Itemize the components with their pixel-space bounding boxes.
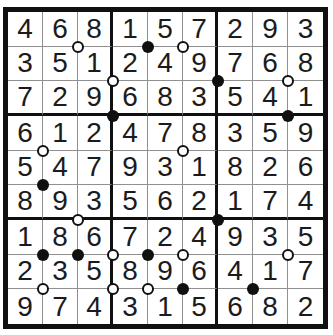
cell-r5c4[interactable]: 9 [113,151,148,186]
cell-r4c9[interactable]: 9 [288,116,323,151]
cell-r2c7[interactable]: 7 [218,47,253,82]
cell-r5c7[interactable]: 8 [218,151,253,186]
black-dot [177,283,189,295]
cell-r3c7[interactable]: 5 [218,81,253,116]
white-dot [37,283,49,295]
black-dot [212,75,224,87]
cell-r5c5[interactable]: 3 [148,151,183,186]
cell-r6c8[interactable]: 7 [253,185,288,220]
white-dot [72,41,84,53]
black-dot [37,249,49,261]
black-dot [37,179,49,191]
cell-r7c9[interactable]: 5 [288,220,323,255]
cell-r1c7[interactable]: 2 [218,12,253,47]
cell-r2c2[interactable]: 5 [43,47,78,82]
cell-r8c9[interactable]: 7 [288,255,323,290]
cell-r9c6[interactable]: 5 [183,289,218,324]
white-dot [107,283,119,295]
cell-r5c2[interactable]: 4 [43,151,78,186]
cell-r5c6[interactable]: 1 [183,151,218,186]
cell-r2c9[interactable]: 8 [288,47,323,82]
sudoku-grid: 4681572933512497687296835416124783595479… [8,12,323,324]
cell-r4c2[interactable]: 1 [43,116,78,151]
white-dot [37,145,49,157]
white-dot [282,75,294,87]
cell-r6c4[interactable]: 5 [113,185,148,220]
white-dot [72,214,84,226]
sudoku-board: 4681572933512497687296835416124783595479… [3,7,328,329]
cell-r6c9[interactable]: 4 [288,185,323,220]
cell-r9c3[interactable]: 4 [78,289,113,324]
cell-r1c6[interactable]: 7 [183,12,218,47]
cell-r3c2[interactable]: 2 [43,81,78,116]
cell-r4c3[interactable]: 2 [78,116,113,151]
cell-r6c7[interactable]: 1 [218,185,253,220]
cell-r5c8[interactable]: 2 [253,151,288,186]
cell-r5c3[interactable]: 7 [78,151,113,186]
white-dot [177,145,189,157]
cell-r1c3[interactable]: 8 [78,12,113,47]
puzzle-page: 4681572933512497687296835416124783595479… [0,0,333,335]
cell-r3c1[interactable]: 7 [8,81,43,116]
white-dot [107,75,119,87]
cell-r9c4[interactable]: 3 [113,289,148,324]
cell-r8c8[interactable]: 1 [253,255,288,290]
cell-r7c7[interactable]: 9 [218,220,253,255]
black-dot [282,110,294,122]
cell-r2c5[interactable]: 4 [148,47,183,82]
cell-r2c4[interactable]: 2 [113,47,148,82]
cell-r3c9[interactable]: 1 [288,81,323,116]
cell-r7c6[interactable]: 4 [183,220,218,255]
cell-r9c8[interactable]: 8 [253,289,288,324]
white-dot [177,249,189,261]
white-dot [142,283,154,295]
black-dot [247,283,259,295]
black-dot [142,41,154,53]
cell-r8c6[interactable]: 6 [183,255,218,290]
cell-r6c5[interactable]: 6 [148,185,183,220]
cell-r3c4[interactable]: 6 [113,81,148,116]
cell-r4c4[interactable]: 4 [113,116,148,151]
cell-r2c1[interactable]: 3 [8,47,43,82]
cell-r6c1[interactable]: 8 [8,185,43,220]
cell-r8c2[interactable]: 3 [43,255,78,290]
white-dot [177,41,189,53]
cell-r9c1[interactable]: 9 [8,289,43,324]
cell-r9c2[interactable]: 7 [43,289,78,324]
black-dot [212,214,224,226]
cell-r3c6[interactable]: 3 [183,81,218,116]
cell-r9c9[interactable]: 2 [288,289,323,324]
white-dot [107,249,119,261]
cell-r1c1[interactable]: 4 [8,12,43,47]
cell-r3c5[interactable]: 8 [148,81,183,116]
black-dot [72,249,84,261]
cell-r5c9[interactable]: 6 [288,151,323,186]
cell-r6c3[interactable]: 3 [78,185,113,220]
black-dot [107,110,119,122]
cell-r1c8[interactable]: 9 [253,12,288,47]
cell-r1c9[interactable]: 3 [288,12,323,47]
cell-r4c7[interactable]: 3 [218,116,253,151]
black-dot [142,249,154,261]
cell-r4c6[interactable]: 8 [183,116,218,151]
cell-r4c8[interactable]: 5 [253,116,288,151]
cell-r9c7[interactable]: 6 [218,289,253,324]
cell-r9c5[interactable]: 1 [148,289,183,324]
white-dot [282,249,294,261]
